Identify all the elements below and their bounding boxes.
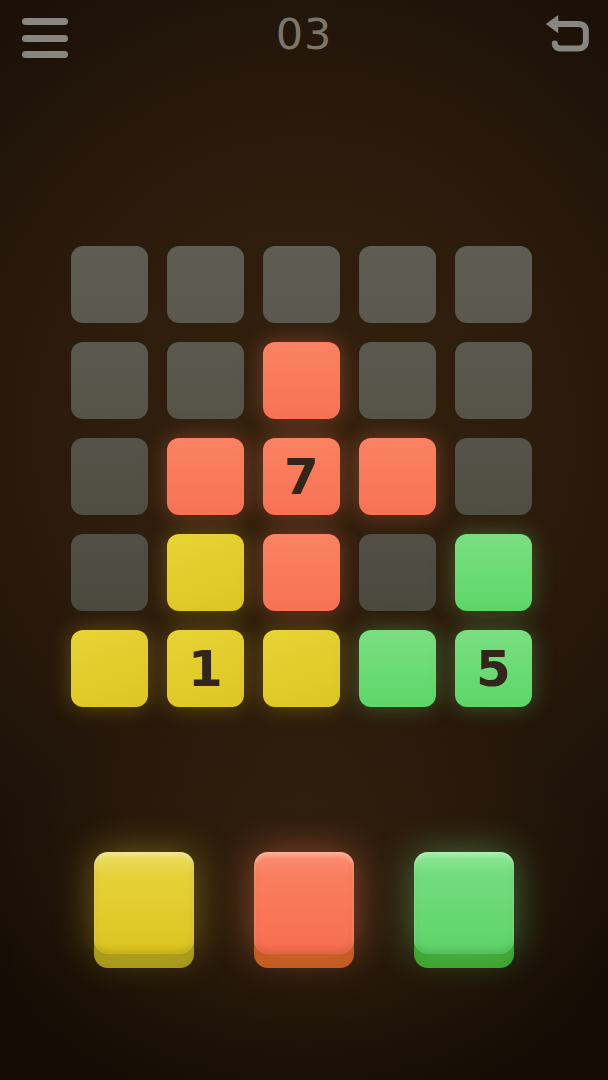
board-cell-r4c3-green[interactable]: [359, 630, 436, 707]
board-cell-r0c1-empty[interactable]: [167, 246, 244, 323]
board-cell-r1c4-empty[interactable]: [455, 342, 532, 419]
board-cell-r2c3-orange[interactable]: [359, 438, 436, 515]
cell-number: 1: [188, 644, 223, 694]
board-cell-r3c0-empty[interactable]: [71, 534, 148, 611]
undo-button[interactable]: [542, 10, 594, 62]
tray-tile-green[interactable]: [414, 852, 514, 968]
tray-tile-face: [94, 852, 194, 954]
tray-tile-face: [414, 852, 514, 954]
board-cell-r4c4-green[interactable]: 5: [455, 630, 532, 707]
board: 715: [71, 246, 532, 707]
board-cell-r3c3-empty[interactable]: [359, 534, 436, 611]
board-cell-r4c2-yellow[interactable]: [263, 630, 340, 707]
board-cell-r0c3-empty[interactable]: [359, 246, 436, 323]
board-cell-r2c2-orange[interactable]: 7: [263, 438, 340, 515]
tray-tile-yellow[interactable]: [94, 852, 194, 968]
board-cell-r4c0-yellow[interactable]: [71, 630, 148, 707]
board-cell-r4c1-yellow[interactable]: 1: [167, 630, 244, 707]
cell-number: 5: [476, 644, 511, 694]
game-screen: 03 715: [0, 0, 608, 1080]
tray-tile-face: [254, 852, 354, 954]
cell-number: 7: [284, 452, 319, 502]
board-cell-r1c0-empty[interactable]: [71, 342, 148, 419]
top-bar: 03: [0, 0, 608, 76]
board-cell-r2c1-orange[interactable]: [167, 438, 244, 515]
tile-tray: [0, 852, 608, 968]
tray-tile-orange[interactable]: [254, 852, 354, 968]
board-cell-r2c0-empty[interactable]: [71, 438, 148, 515]
board-cell-r1c1-empty[interactable]: [167, 342, 244, 419]
board-cell-r2c4-empty[interactable]: [455, 438, 532, 515]
board-cell-r0c4-empty[interactable]: [455, 246, 532, 323]
board-cell-r1c3-empty[interactable]: [359, 342, 436, 419]
board-cell-r3c4-green[interactable]: [455, 534, 532, 611]
board-cell-r3c2-orange[interactable]: [263, 534, 340, 611]
board-cell-r0c2-empty[interactable]: [263, 246, 340, 323]
level-title: 03: [0, 9, 608, 59]
board-cell-r3c1-yellow[interactable]: [167, 534, 244, 611]
board-cell-r1c2-orange[interactable]: [263, 342, 340, 419]
undo-icon: [542, 10, 594, 62]
board-cell-r0c0-empty[interactable]: [71, 246, 148, 323]
